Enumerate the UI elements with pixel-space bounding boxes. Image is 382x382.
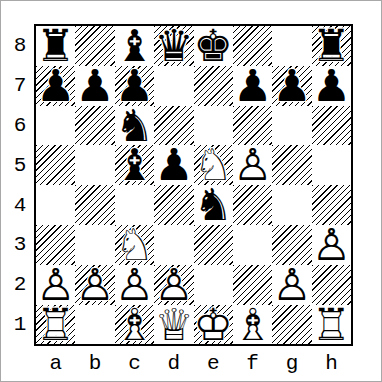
square-h6[interactable]: [312, 106, 351, 146]
white-pawn-h3[interactable]: ♟♙: [312, 225, 351, 265]
square-b4[interactable]: [75, 185, 114, 225]
black-queen-d8[interactable]: ♛: [154, 26, 193, 66]
white-bishop-f1[interactable]: ♝♗: [233, 305, 272, 345]
square-b1[interactable]: [75, 305, 114, 345]
black-pawn-g7[interactable]: ♟: [272, 66, 311, 106]
square-f7[interactable]: ♟: [233, 66, 272, 106]
file-label-d: d: [154, 350, 193, 376]
piece-outline: ♙: [272, 265, 311, 305]
square-a5[interactable]: [36, 145, 75, 185]
black-pawn-h7[interactable]: ♟: [312, 66, 351, 106]
square-f5[interactable]: ♟♙: [233, 145, 272, 185]
square-h5[interactable]: [312, 145, 351, 185]
white-bishop-c1[interactable]: ♝♗: [115, 305, 154, 345]
piece-outline: ♙: [75, 265, 114, 305]
square-a4[interactable]: [36, 185, 75, 225]
square-c1[interactable]: ♝♗: [115, 305, 154, 345]
square-b2[interactable]: ♟♙: [75, 265, 114, 305]
square-g2[interactable]: ♟♙: [272, 265, 311, 305]
square-f4[interactable]: [233, 185, 272, 225]
rank-label-3: 3: [9, 225, 31, 265]
rank-label-8: 8: [9, 26, 31, 66]
black-bishop-c5[interactable]: ♝: [115, 145, 154, 185]
square-h3[interactable]: ♟♙: [312, 225, 351, 265]
white-king-e1[interactable]: ♚♔: [194, 305, 233, 345]
rank-label-4: 4: [9, 185, 31, 225]
file-label-f: f: [233, 350, 272, 376]
white-queen-d1[interactable]: ♛♕: [154, 305, 193, 345]
square-d8[interactable]: ♛: [154, 26, 193, 66]
square-a7[interactable]: ♟: [36, 66, 75, 106]
black-king-e8[interactable]: ♚: [194, 26, 233, 66]
black-pawn-d5[interactable]: ♟: [154, 145, 193, 185]
white-rook-a1[interactable]: ♜♖: [36, 305, 75, 345]
piece-outline: ♖: [312, 305, 351, 345]
file-label-c: c: [115, 350, 154, 376]
square-g4[interactable]: [272, 185, 311, 225]
piece-outline: ♙: [233, 145, 272, 185]
piece-outline: ♕: [154, 305, 193, 345]
square-d5[interactable]: ♟: [154, 145, 193, 185]
square-c5[interactable]: ♝: [115, 145, 154, 185]
black-pawn-f7[interactable]: ♟: [233, 66, 272, 106]
rank-label-5: 5: [9, 145, 31, 185]
file-label-e: e: [194, 350, 233, 376]
square-e4[interactable]: ♞: [194, 185, 233, 225]
black-knight-e4[interactable]: ♞: [194, 185, 233, 225]
square-d1[interactable]: ♛♕: [154, 305, 193, 345]
square-a1[interactable]: ♜♖: [36, 305, 75, 345]
piece-outline: ♔: [194, 305, 233, 345]
rank-labels: 8 7 6 5 4 3 2 1: [9, 26, 31, 344]
square-g1[interactable]: [272, 305, 311, 345]
square-b6[interactable]: [75, 106, 114, 146]
square-e7[interactable]: [194, 66, 233, 106]
board: ♜♝♛♚♜♟♟♟♟♟♟♞♝♟♞♘♟♙♞♞♘♟♙♟♙♟♙♟♙♟♙♟♙♜♖♝♗♛♕♚…: [34, 24, 353, 346]
square-a6[interactable]: [36, 106, 75, 146]
black-pawn-b7[interactable]: ♟: [75, 66, 114, 106]
square-g6[interactable]: [272, 106, 311, 146]
square-h7[interactable]: ♟: [312, 66, 351, 106]
square-f1[interactable]: ♝♗: [233, 305, 272, 345]
white-pawn-b2[interactable]: ♟♙: [75, 265, 114, 305]
square-g7[interactable]: ♟: [272, 66, 311, 106]
white-rook-h1[interactable]: ♜♖: [312, 305, 351, 345]
file-labels: a b c d e f g h: [36, 350, 351, 376]
white-pawn-f5[interactable]: ♟♙: [233, 145, 272, 185]
square-f3[interactable]: [233, 225, 272, 265]
black-pawn-a7[interactable]: ♟: [36, 66, 75, 106]
chess-diagram: 8 7 6 5 4 3 2 1 ♜♝♛♚♜♟♟♟♟♟♟♞♝♟♞♘♟♙♞♞♘♟♙♟…: [0, 0, 382, 382]
square-g5[interactable]: [272, 145, 311, 185]
square-e1[interactable]: ♚♔: [194, 305, 233, 345]
square-d7[interactable]: [154, 66, 193, 106]
piece-outline: ♖: [36, 305, 75, 345]
piece-outline: ♗: [233, 305, 272, 345]
square-h1[interactable]: ♜♖: [312, 305, 351, 345]
rank-label-1: 1: [9, 305, 31, 345]
file-label-b: b: [75, 350, 114, 376]
piece-outline: ♗: [115, 305, 154, 345]
file-label-g: g: [272, 350, 311, 376]
square-e8[interactable]: ♚: [194, 26, 233, 66]
piece-outline: ♙: [312, 225, 351, 265]
square-e3[interactable]: [194, 225, 233, 265]
square-d4[interactable]: [154, 185, 193, 225]
rank-label-6: 6: [9, 106, 31, 146]
square-b7[interactable]: ♟: [75, 66, 114, 106]
rank-label-2: 2: [9, 265, 31, 305]
file-label-a: a: [36, 350, 75, 376]
white-pawn-g2[interactable]: ♟♙: [272, 265, 311, 305]
file-label-h: h: [312, 350, 351, 376]
rank-label-7: 7: [9, 66, 31, 106]
square-b5[interactable]: [75, 145, 114, 185]
